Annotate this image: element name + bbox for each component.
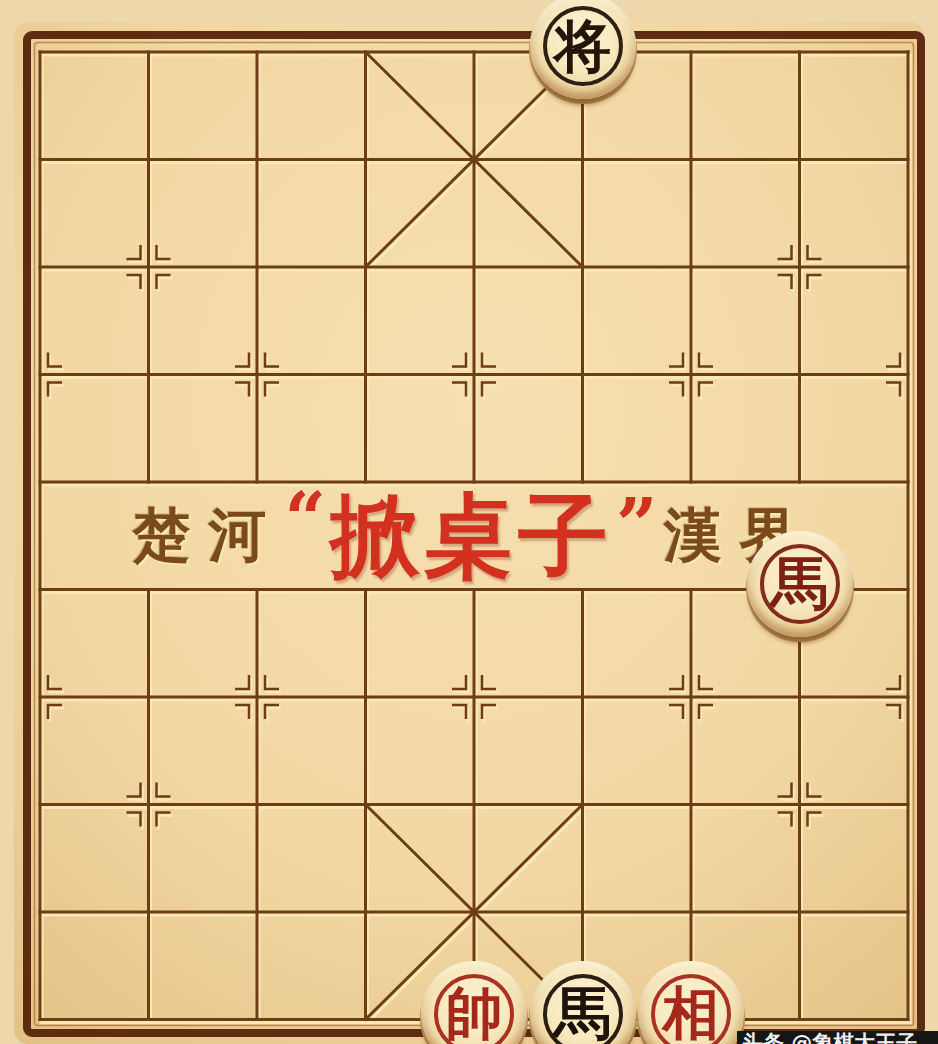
piece-character: 馬 <box>530 960 636 1044</box>
xiangqi-board-grid <box>0 0 938 1044</box>
piece-character: 相 <box>638 960 744 1044</box>
piece-red-horse[interactable]: 馬 <box>747 531 853 637</box>
watermark: 头条 @象棋大王子 <box>737 1031 938 1044</box>
piece-character: 帥 <box>421 960 527 1044</box>
piece-character: 馬 <box>747 530 853 636</box>
xiangqi-board-stage: 楚河 “ 掀桌子 ” 漢界 将馬帥馬相 头条 @象棋大王子 <box>0 0 938 1044</box>
watermark-text: 头条 @象棋大王子 <box>737 1031 938 1044</box>
piece-black-general[interactable]: 将 <box>530 0 636 99</box>
piece-red-elephant[interactable]: 相 <box>638 961 744 1044</box>
piece-character: 将 <box>530 0 636 98</box>
piece-black-horse[interactable]: 馬 <box>530 961 636 1044</box>
piece-red-general[interactable]: 帥 <box>421 961 527 1044</box>
